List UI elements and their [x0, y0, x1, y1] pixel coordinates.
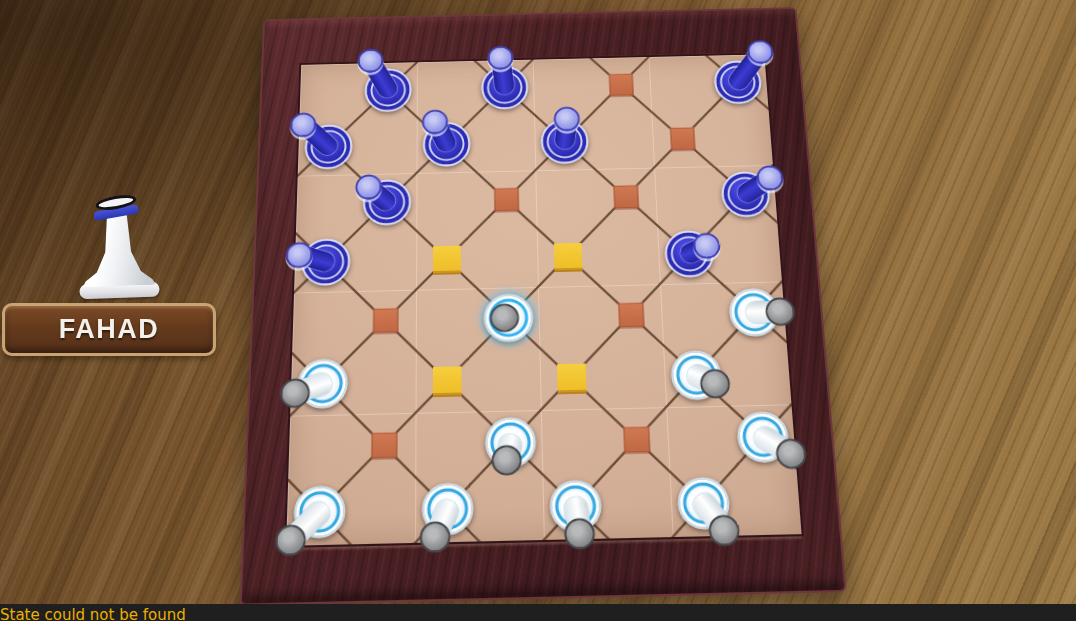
- orange-point-marker: [669, 127, 694, 150]
- yellow-move-marker[interactable]: [553, 243, 582, 270]
- orange-point-marker: [608, 74, 633, 97]
- player-name: FAHAD: [59, 314, 160, 345]
- status-text: State could not be found: [0, 606, 186, 621]
- status-bar: State could not be found: [0, 604, 1076, 621]
- piece-cap: [564, 517, 596, 549]
- piece-cap: [275, 524, 307, 556]
- orange-point-marker: [372, 308, 397, 333]
- game-board: [239, 7, 846, 606]
- bottle-body: [79, 214, 157, 288]
- piece-cap: [420, 521, 451, 553]
- piece-cap: [746, 40, 773, 64]
- orange-point-marker: [494, 188, 519, 212]
- orange-point-marker: [613, 185, 639, 209]
- orange-point-marker: [623, 426, 650, 452]
- orange-point-marker: [371, 432, 397, 458]
- yellow-move-marker[interactable]: [557, 364, 586, 393]
- game-scene: FAHAD State could not be found: [0, 0, 1076, 621]
- board-frame: [239, 7, 846, 606]
- orange-point-marker: [618, 303, 644, 328]
- yellow-move-marker[interactable]: [433, 246, 461, 273]
- board-field[interactable]: [286, 54, 801, 545]
- yellow-move-marker[interactable]: [432, 366, 461, 395]
- player-name-panel: FAHAD: [2, 303, 216, 356]
- white-piece-icon: [76, 195, 160, 302]
